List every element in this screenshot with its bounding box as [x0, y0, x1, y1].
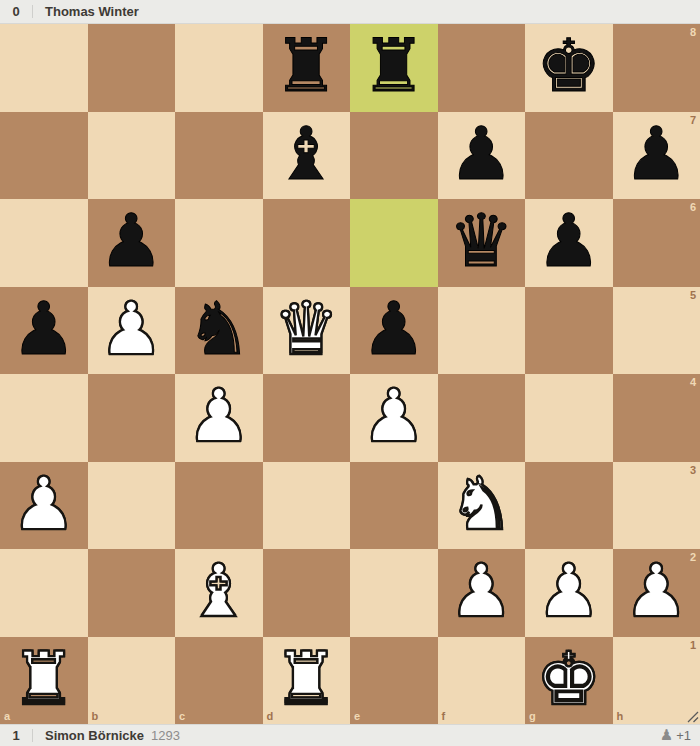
piece-white-queen[interactable]: ♛ — [274, 292, 339, 365]
coord-rank-1: 1 — [690, 640, 696, 651]
square-h2[interactable]: 2♟ — [613, 549, 700, 637]
square-g1[interactable]: g♚ — [525, 637, 613, 725]
square-b3[interactable] — [88, 462, 176, 550]
square-e6[interactable] — [350, 199, 438, 287]
square-a4[interactable] — [0, 374, 88, 462]
square-f4[interactable] — [438, 374, 526, 462]
square-d2[interactable] — [263, 549, 351, 637]
square-a6[interactable] — [0, 199, 88, 287]
square-b1[interactable]: b — [88, 637, 176, 725]
piece-white-bishop[interactable]: ♝ — [186, 554, 251, 627]
top-player-name: Thomas Winter — [45, 4, 139, 19]
coord-rank-5: 5 — [690, 290, 696, 301]
piece-black-pawn[interactable]: ♟ — [449, 117, 514, 190]
coord-rank-2: 2 — [690, 552, 696, 563]
square-c3[interactable] — [175, 462, 263, 550]
piece-black-rook[interactable]: ♜ — [361, 29, 426, 102]
square-f3[interactable]: ♞ — [438, 462, 526, 550]
square-e5[interactable]: ♟ — [350, 287, 438, 375]
square-h5[interactable]: 5 — [613, 287, 700, 375]
square-a7[interactable] — [0, 112, 88, 200]
square-f7[interactable]: ♟ — [438, 112, 526, 200]
piece-black-bishop[interactable]: ♝ — [274, 117, 339, 190]
coord-file-d: d — [267, 711, 274, 722]
piece-black-pawn[interactable]: ♟ — [99, 204, 164, 277]
square-h3[interactable]: 3 — [613, 462, 700, 550]
coord-file-f: f — [442, 711, 446, 722]
material-advantage-value: +1 — [676, 728, 691, 743]
chess-game-view: 0 Thomas Winter ♜♜♚8♝♟7♟♟♛♟6♟♟♞♛♟5♟♟4♟♞3… — [0, 0, 700, 746]
square-a2[interactable] — [0, 549, 88, 637]
square-b6[interactable]: ♟ — [88, 199, 176, 287]
top-player-score: 0 — [0, 4, 32, 19]
square-d4[interactable] — [263, 374, 351, 462]
square-e8[interactable]: ♜ — [350, 24, 438, 112]
piece-white-pawn[interactable]: ♟ — [361, 379, 426, 452]
square-g6[interactable]: ♟ — [525, 199, 613, 287]
square-d7[interactable]: ♝ — [263, 112, 351, 200]
coord-rank-6: 6 — [690, 202, 696, 213]
square-d8[interactable]: ♜ — [263, 24, 351, 112]
square-b4[interactable] — [88, 374, 176, 462]
square-d6[interactable] — [263, 199, 351, 287]
square-c2[interactable]: ♝ — [175, 549, 263, 637]
coord-file-a: a — [4, 711, 10, 722]
piece-white-king[interactable]: ♚ — [536, 642, 601, 715]
square-g7[interactable] — [525, 112, 613, 200]
square-f8[interactable] — [438, 24, 526, 112]
piece-white-pawn[interactable]: ♟ — [99, 292, 164, 365]
piece-black-pawn[interactable]: ♟ — [536, 204, 601, 277]
coord-file-b: b — [92, 711, 99, 722]
square-f6[interactable]: ♛ — [438, 199, 526, 287]
piece-white-pawn[interactable]: ♟ — [624, 554, 689, 627]
coord-rank-4: 4 — [690, 377, 696, 388]
square-d5[interactable]: ♛ — [263, 287, 351, 375]
piece-black-queen[interactable]: ♛ — [449, 204, 514, 277]
score-divider — [32, 729, 33, 742]
coord-rank-7: 7 — [690, 115, 696, 126]
square-a8[interactable] — [0, 24, 88, 112]
square-e4[interactable]: ♟ — [350, 374, 438, 462]
top-player-bar: 0 Thomas Winter — [0, 0, 700, 24]
bottom-player-bar: 1 Simon Börnicke 1293 ♟ +1 — [0, 724, 700, 746]
square-b2[interactable] — [88, 549, 176, 637]
piece-white-pawn[interactable]: ♟ — [11, 467, 76, 540]
bottom-player-rating: 1293 — [151, 728, 180, 743]
piece-white-pawn[interactable]: ♟ — [536, 554, 601, 627]
chess-board: ♜♜♚8♝♟7♟♟♛♟6♟♟♞♛♟5♟♟4♟♞3♝♟♟2♟a♜bcd♜efg♚1… — [0, 24, 700, 724]
square-h7[interactable]: 7♟ — [613, 112, 700, 200]
square-c8[interactable] — [175, 24, 263, 112]
coord-file-g: g — [529, 711, 536, 722]
coord-rank-8: 8 — [690, 27, 696, 38]
piece-black-king[interactable]: ♚ — [536, 29, 601, 102]
square-e1[interactable]: e — [350, 637, 438, 725]
coord-file-c: c — [179, 711, 185, 722]
square-g5[interactable] — [525, 287, 613, 375]
piece-white-knight[interactable]: ♞ — [449, 467, 514, 540]
square-e2[interactable] — [350, 549, 438, 637]
square-h8[interactable]: 8 — [613, 24, 700, 112]
square-f1[interactable]: f — [438, 637, 526, 725]
square-f2[interactable]: ♟ — [438, 549, 526, 637]
square-b5[interactable]: ♟ — [88, 287, 176, 375]
bottom-player-score: 1 — [0, 728, 32, 743]
square-g8[interactable]: ♚ — [525, 24, 613, 112]
square-c4[interactable]: ♟ — [175, 374, 263, 462]
pawn-icon: ♟ — [660, 728, 673, 743]
piece-white-rook[interactable]: ♜ — [11, 642, 76, 715]
piece-black-rook[interactable]: ♜ — [274, 29, 339, 102]
piece-white-pawn[interactable]: ♟ — [186, 379, 251, 452]
square-e3[interactable] — [350, 462, 438, 550]
square-g2[interactable]: ♟ — [525, 549, 613, 637]
square-b7[interactable] — [88, 112, 176, 200]
square-h6[interactable]: 6 — [613, 199, 700, 287]
square-d1[interactable]: d♜ — [263, 637, 351, 725]
square-g3[interactable] — [525, 462, 613, 550]
score-divider — [32, 5, 33, 18]
piece-black-pawn[interactable]: ♟ — [361, 292, 426, 365]
coord-file-e: e — [354, 711, 360, 722]
material-advantage: ♟ +1 — [660, 728, 691, 743]
square-c1[interactable]: c — [175, 637, 263, 725]
board-resize-handle[interactable] — [687, 711, 699, 723]
square-a3[interactable]: ♟ — [0, 462, 88, 550]
coord-rank-3: 3 — [690, 465, 696, 476]
square-a5[interactable]: ♟ — [0, 287, 88, 375]
square-c6[interactable] — [175, 199, 263, 287]
coord-file-h: h — [617, 711, 624, 722]
piece-white-pawn[interactable]: ♟ — [449, 554, 514, 627]
square-e7[interactable] — [350, 112, 438, 200]
square-b8[interactable] — [88, 24, 176, 112]
square-h4[interactable]: 4 — [613, 374, 700, 462]
square-c5[interactable]: ♞ — [175, 287, 263, 375]
square-c7[interactable] — [175, 112, 263, 200]
piece-black-pawn[interactable]: ♟ — [624, 117, 689, 190]
piece-white-rook[interactable]: ♜ — [274, 642, 339, 715]
square-d3[interactable] — [263, 462, 351, 550]
piece-black-knight[interactable]: ♞ — [186, 292, 251, 365]
piece-black-pawn[interactable]: ♟ — [11, 292, 76, 365]
bottom-player-name: Simon Börnicke — [45, 728, 144, 743]
square-g4[interactable] — [525, 374, 613, 462]
square-f5[interactable] — [438, 287, 526, 375]
square-a1[interactable]: a♜ — [0, 637, 88, 725]
